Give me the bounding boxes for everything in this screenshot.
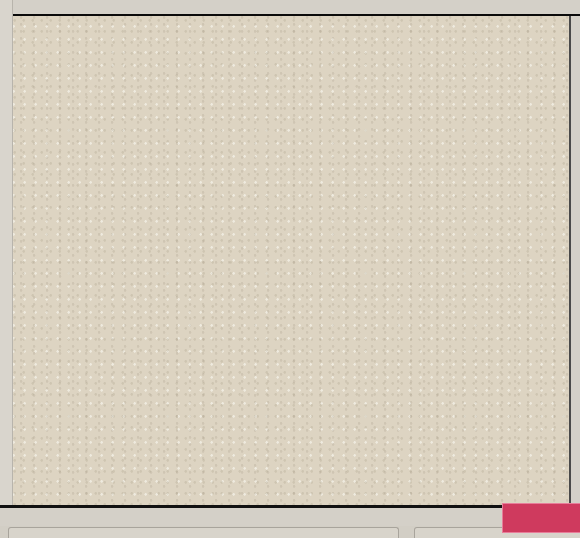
- black-file-coordinate-bar: [0, 505, 580, 526]
- red-file-coordinate-bar: [0, 0, 580, 16]
- xiangqi-app-window: [0, 0, 580, 538]
- watermark-logo: [502, 503, 580, 533]
- board: [8, 15, 575, 505]
- status-area: [0, 526, 580, 538]
- status-panel-left: [8, 527, 399, 538]
